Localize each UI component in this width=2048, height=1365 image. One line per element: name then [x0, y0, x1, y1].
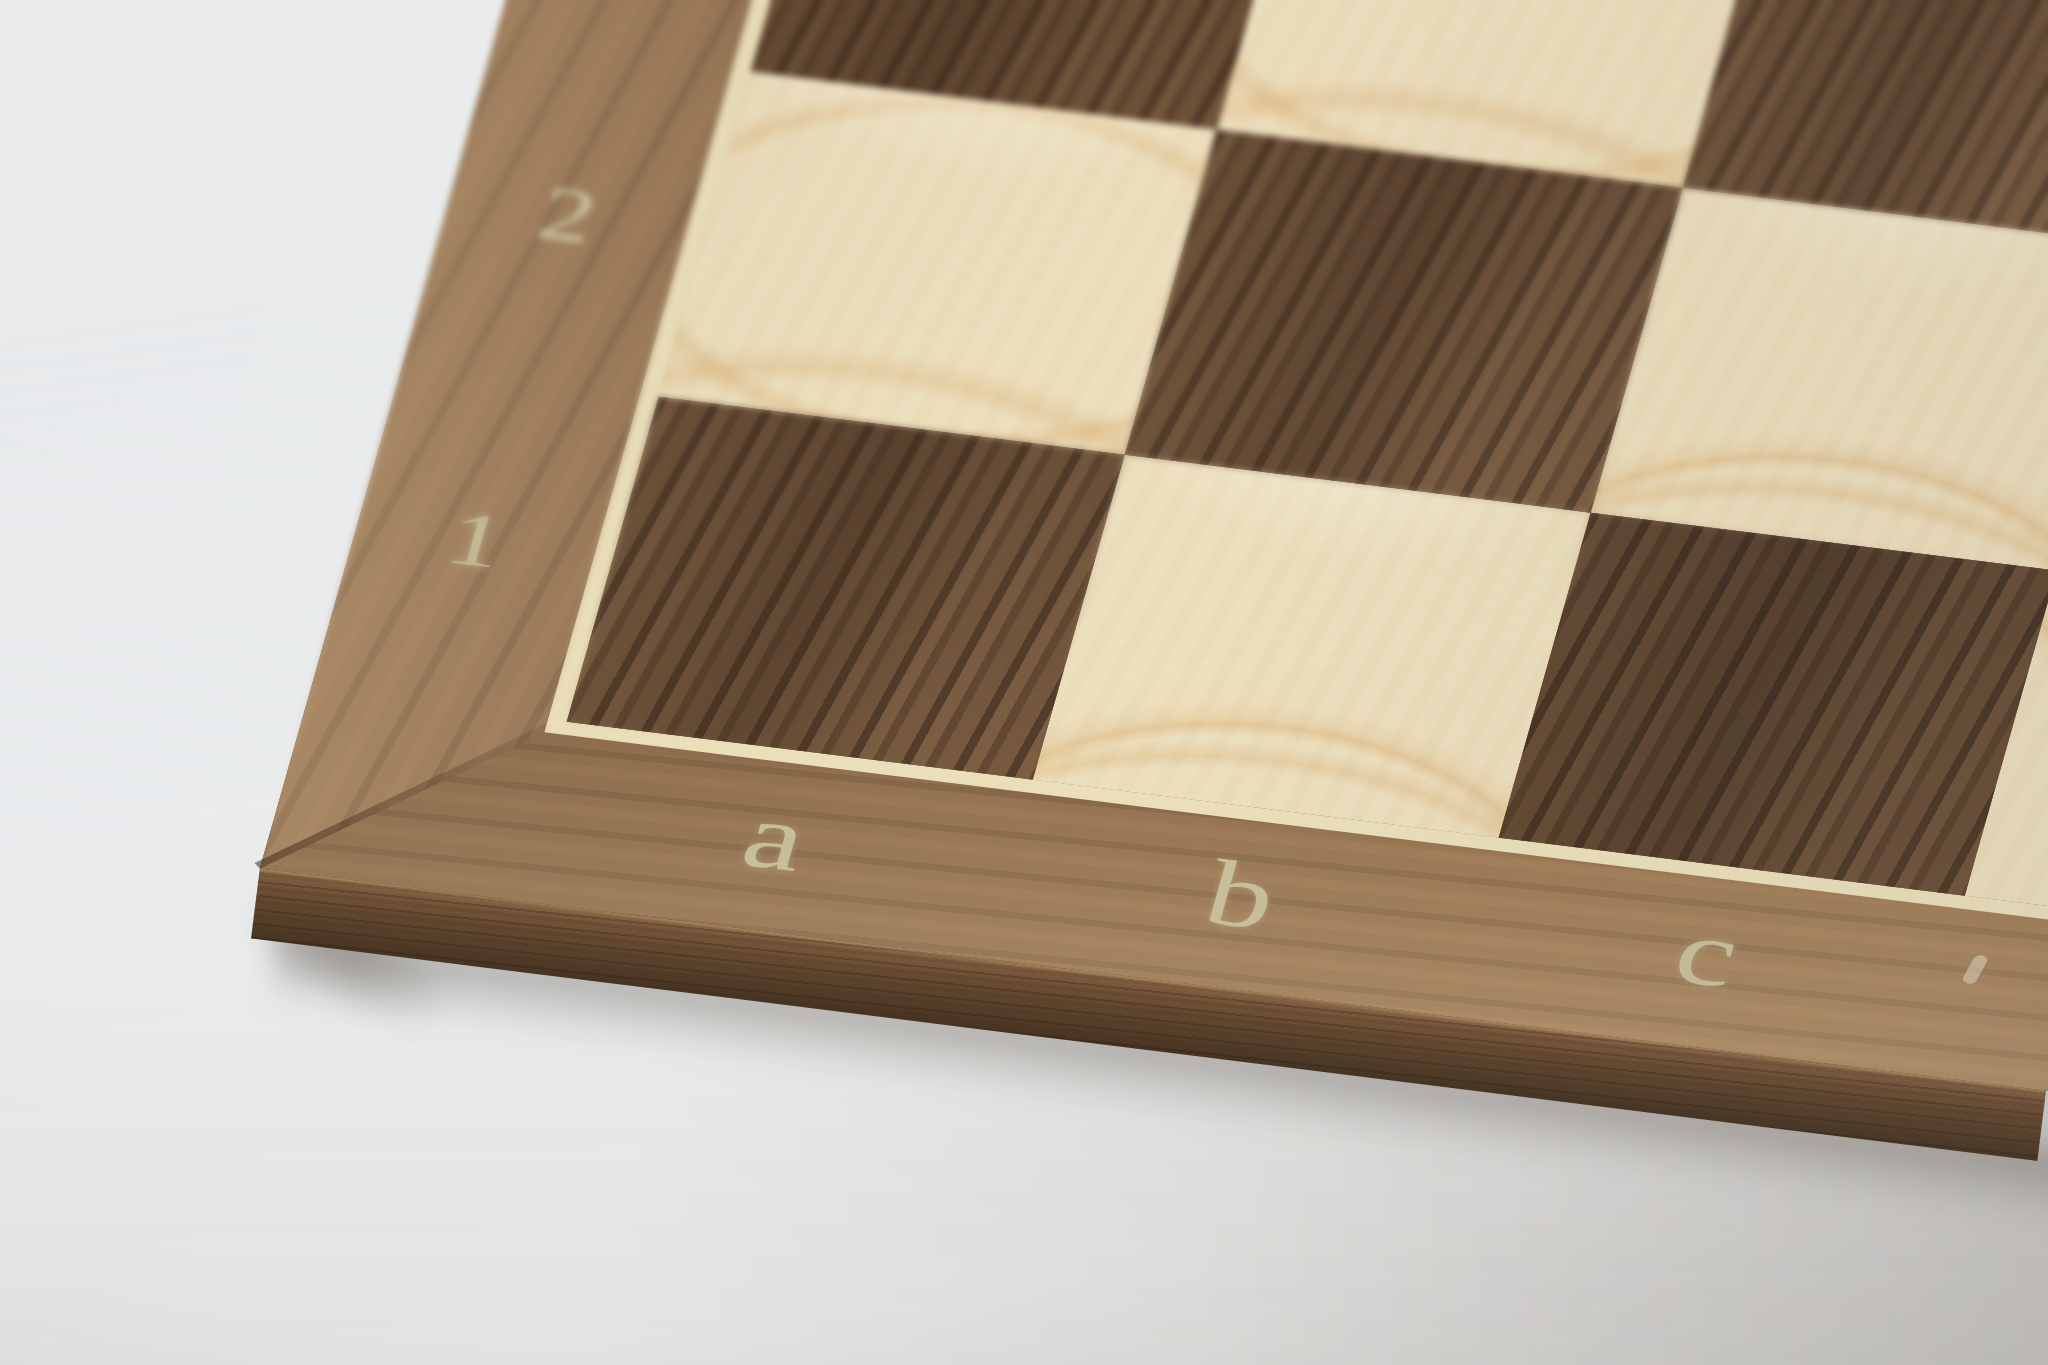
- square-a1: [567, 397, 1125, 780]
- square-a2: [659, 72, 1217, 455]
- photo-scene: 12345678 abcdefgh: [0, 0, 2048, 1365]
- square-c1: [1499, 513, 2048, 896]
- square-b2: [1125, 130, 1683, 513]
- square-b1: [1033, 455, 1591, 838]
